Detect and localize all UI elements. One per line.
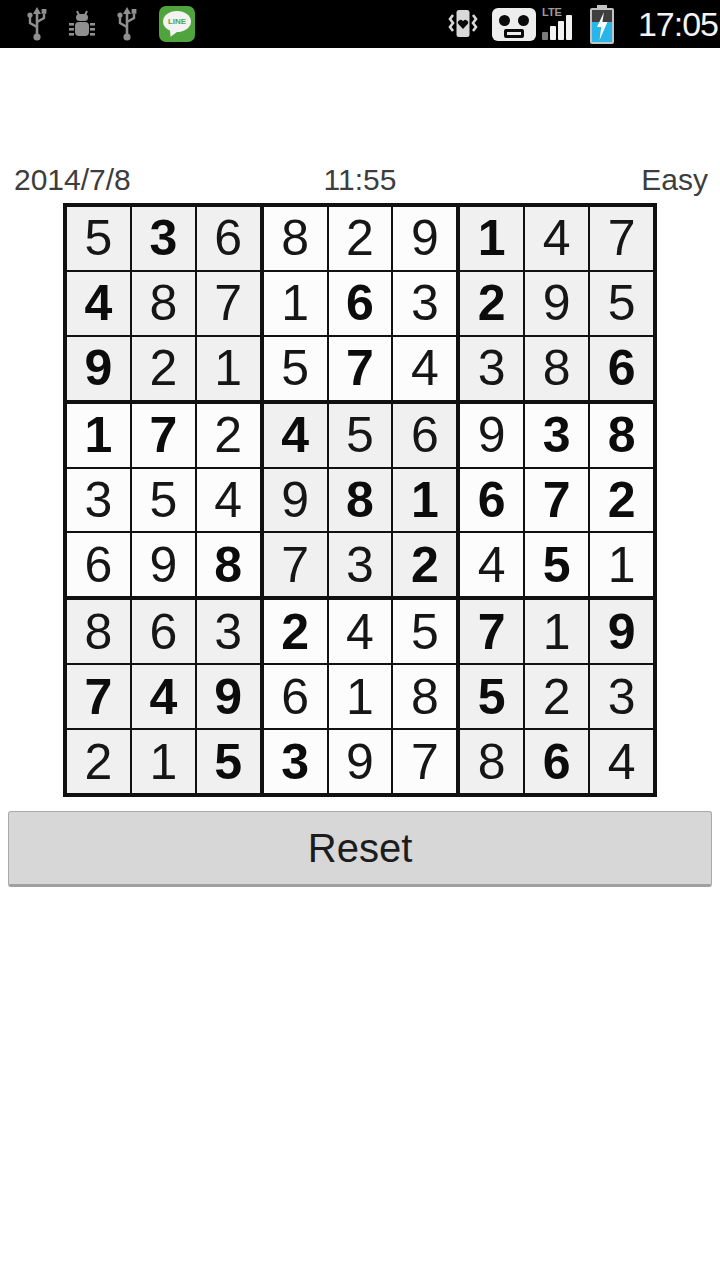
- cell-r2c1[interactable]: 4: [67, 272, 130, 335]
- cell-r2c6[interactable]: 3: [393, 272, 456, 335]
- status-clock-text: 17:05: [638, 5, 718, 44]
- box-2-2: 456981732: [264, 404, 457, 597]
- cell-r3c6[interactable]: 4: [393, 337, 456, 400]
- cell-r2c8[interactable]: 9: [525, 272, 588, 335]
- cell-r2c7[interactable]: 2: [460, 272, 523, 335]
- cell-r3c9[interactable]: 6: [590, 337, 653, 400]
- cell-r6c4[interactable]: 7: [264, 533, 327, 596]
- box-1-3: 147295386: [460, 207, 653, 400]
- cell-r3c2[interactable]: 2: [132, 337, 195, 400]
- robot-mouth: [504, 29, 524, 38]
- cell-r9c1[interactable]: 2: [67, 730, 130, 793]
- cell-r6c8[interactable]: 5: [525, 533, 588, 596]
- cell-r1c1[interactable]: 5: [67, 207, 130, 270]
- cell-r4c2[interactable]: 7: [132, 404, 195, 467]
- box-3-3: 719523864: [460, 600, 653, 793]
- line-app-icon: LINE: [158, 0, 196, 48]
- cell-r4c5[interactable]: 5: [329, 404, 392, 467]
- cell-r6c2[interactable]: 9: [132, 533, 195, 596]
- cell-r9c2[interactable]: 1: [132, 730, 195, 793]
- cell-r2c3[interactable]: 7: [197, 272, 260, 335]
- game-info-header: 2014/7/8 11:55 Easy: [0, 161, 720, 199]
- cell-r7c3[interactable]: 3: [197, 600, 260, 663]
- cell-r3c4[interactable]: 5: [264, 337, 327, 400]
- cell-r5c8[interactable]: 7: [525, 469, 588, 532]
- cell-r8c5[interactable]: 1: [329, 665, 392, 728]
- difficulty-label: Easy: [641, 161, 708, 199]
- cell-r4c7[interactable]: 9: [460, 404, 523, 467]
- cell-r7c6[interactable]: 5: [393, 600, 456, 663]
- cell-r5c6[interactable]: 1: [393, 469, 456, 532]
- sudoku-board: 5364879218291635741472953861723546984569…: [63, 203, 657, 797]
- cell-r7c4[interactable]: 2: [264, 600, 327, 663]
- cell-r9c5[interactable]: 9: [329, 730, 392, 793]
- box-1-2: 829163574: [264, 207, 457, 400]
- cell-r3c8[interactable]: 8: [525, 337, 588, 400]
- cell-r4c1[interactable]: 1: [67, 404, 130, 467]
- robot-face-icon: [492, 0, 536, 48]
- cell-r6c7[interactable]: 4: [460, 533, 523, 596]
- cell-r8c9[interactable]: 3: [590, 665, 653, 728]
- cell-r1c3[interactable]: 6: [197, 207, 260, 270]
- cell-r7c9[interactable]: 9: [590, 600, 653, 663]
- cell-r8c4[interactable]: 6: [264, 665, 327, 728]
- cell-r6c3[interactable]: 8: [197, 533, 260, 596]
- cell-r8c1[interactable]: 7: [67, 665, 130, 728]
- cell-r4c3[interactable]: 2: [197, 404, 260, 467]
- cell-r1c7[interactable]: 1: [460, 207, 523, 270]
- cell-r1c2[interactable]: 3: [132, 207, 195, 270]
- cell-r9c6[interactable]: 7: [393, 730, 456, 793]
- box-3-1: 863749215: [67, 600, 260, 793]
- cell-r5c7[interactable]: 6: [460, 469, 523, 532]
- cell-r5c3[interactable]: 4: [197, 469, 260, 532]
- cell-r5c1[interactable]: 3: [67, 469, 130, 532]
- cell-r4c9[interactable]: 8: [590, 404, 653, 467]
- cell-r6c6[interactable]: 2: [393, 533, 456, 596]
- cell-r2c4[interactable]: 1: [264, 272, 327, 335]
- cell-r7c2[interactable]: 6: [132, 600, 195, 663]
- cell-r6c5[interactable]: 3: [329, 533, 392, 596]
- cell-r9c8[interactable]: 6: [525, 730, 588, 793]
- cell-r5c5[interactable]: 8: [329, 469, 392, 532]
- line-bubble: LINE: [163, 11, 191, 32]
- cell-r8c3[interactable]: 9: [197, 665, 260, 728]
- cell-r6c9[interactable]: 1: [590, 533, 653, 596]
- cell-r9c7[interactable]: 8: [460, 730, 523, 793]
- cell-r7c7[interactable]: 7: [460, 600, 523, 663]
- app-screen: LINE LTE: [0, 0, 720, 1280]
- robot-eye: [499, 15, 510, 26]
- box-2-1: 172354698: [67, 404, 260, 597]
- cell-r1c8[interactable]: 4: [525, 207, 588, 270]
- cell-r7c8[interactable]: 1: [525, 600, 588, 663]
- cell-r1c5[interactable]: 2: [329, 207, 392, 270]
- cell-r3c3[interactable]: 1: [197, 337, 260, 400]
- box-2-3: 938672451: [460, 404, 653, 597]
- signal-bars: [542, 14, 582, 40]
- line-label: LINE: [168, 17, 186, 26]
- cell-r9c4[interactable]: 3: [264, 730, 327, 793]
- cell-r5c4[interactable]: 9: [264, 469, 327, 532]
- timer-label: 11:55: [324, 161, 397, 199]
- box-3-2: 245618397: [264, 600, 457, 793]
- cell-r3c5[interactable]: 7: [329, 337, 392, 400]
- usb-icon: [112, 0, 142, 48]
- android-debug-icon: [66, 0, 98, 48]
- cell-r8c2[interactable]: 4: [132, 665, 195, 728]
- cell-r7c5[interactable]: 4: [329, 600, 392, 663]
- cell-r2c5[interactable]: 6: [329, 272, 392, 335]
- cell-r2c2[interactable]: 8: [132, 272, 195, 335]
- cell-r9c3[interactable]: 5: [197, 730, 260, 793]
- usb-icon: [22, 0, 52, 48]
- robot-eye: [518, 15, 529, 26]
- cell-r7c1[interactable]: 8: [67, 600, 130, 663]
- reset-button[interactable]: Reset: [8, 811, 712, 887]
- lightning-bolt-icon: [595, 12, 609, 40]
- cell-r3c7[interactable]: 3: [460, 337, 523, 400]
- cell-r5c9[interactable]: 2: [590, 469, 653, 532]
- cell-r1c6[interactable]: 9: [393, 207, 456, 270]
- battery-charging-icon: [590, 0, 614, 48]
- vibrate-icon: [446, 0, 480, 48]
- status-clock: 17:05: [622, 0, 718, 48]
- box-1-1: 536487921: [67, 207, 260, 400]
- signal-strength-icon: LTE: [542, 0, 582, 48]
- date-label: 2014/7/8: [14, 161, 131, 199]
- cell-r9c9[interactable]: 4: [590, 730, 653, 793]
- cell-r4c4[interactable]: 4: [264, 404, 327, 467]
- cell-r6c1[interactable]: 6: [67, 533, 130, 596]
- cell-r5c2[interactable]: 5: [132, 469, 195, 532]
- cell-r1c9[interactable]: 7: [590, 207, 653, 270]
- status-bar: LINE LTE: [0, 0, 720, 48]
- cell-r4c8[interactable]: 3: [525, 404, 588, 467]
- cell-r3c1[interactable]: 9: [67, 337, 130, 400]
- cell-r8c8[interactable]: 2: [525, 665, 588, 728]
- cell-r8c7[interactable]: 5: [460, 665, 523, 728]
- cell-r8c6[interactable]: 8: [393, 665, 456, 728]
- cell-r4c6[interactable]: 6: [393, 404, 456, 467]
- cell-r2c9[interactable]: 5: [590, 272, 653, 335]
- cell-r1c4[interactable]: 8: [264, 207, 327, 270]
